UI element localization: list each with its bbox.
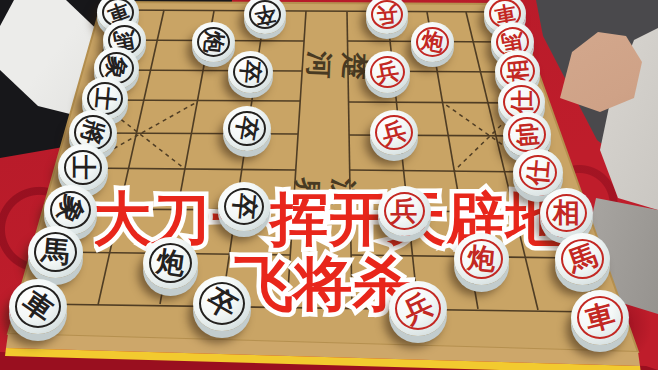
xiangqi-video-frame: 楚河 汉界 車馬象士將士象馬車炮炮卒卒卒卒卒車馬相仕帥仕相馬車炮炮兵兵兵兵兵 大… xyxy=(0,0,658,370)
piece-black-soldier-4[interactable]: 卒 xyxy=(218,182,270,231)
piece-red-soldier-1[interactable]: 兵 xyxy=(366,0,408,34)
piece-black-soldier-2[interactable]: 卒 xyxy=(228,51,273,93)
piece-character: 兵 xyxy=(378,186,431,236)
piece-character: 卒 xyxy=(217,178,270,234)
piece-black-soldier-3[interactable]: 卒 xyxy=(223,106,271,151)
piece-black-cannon-1[interactable]: 炮 xyxy=(192,22,235,62)
piece-black-soldier-1[interactable]: 卒 xyxy=(244,0,286,34)
piece-black-soldier-5[interactable]: 卒 xyxy=(193,276,251,331)
piece-black-chariot-2[interactable]: 車 xyxy=(9,279,67,334)
piece-character: 卒 xyxy=(227,48,273,96)
piece-character: 兵 xyxy=(364,0,409,35)
piece-character: 炮 xyxy=(451,231,510,288)
piece-character: 卒 xyxy=(241,0,289,37)
piece-character: 炮 xyxy=(407,19,456,66)
piece-red-soldier-4[interactable]: 兵 xyxy=(378,186,431,236)
piece-black-cannon-2[interactable]: 炮 xyxy=(143,237,198,289)
piece-character: 炮 xyxy=(139,233,201,292)
piece-character: 兵 xyxy=(361,47,413,96)
piece-character: 卒 xyxy=(221,100,274,155)
piece-red-cannon-2[interactable]: 炮 xyxy=(454,233,509,285)
piece-red-cannon-1[interactable]: 炮 xyxy=(411,22,454,62)
piece-red-soldier-2[interactable]: 兵 xyxy=(365,51,410,93)
piece-red-soldier-5[interactable]: 兵 xyxy=(389,281,447,336)
piece-red-soldier-3[interactable]: 兵 xyxy=(370,110,418,155)
piece-character: 炮 xyxy=(191,19,235,65)
piece-black-horse-2[interactable]: 馬 xyxy=(28,226,83,278)
piece-character: 兵 xyxy=(365,104,423,160)
piece-red-horse-2[interactable]: 馬 xyxy=(555,233,610,285)
piece-red-chariot-2[interactable]: 車 xyxy=(571,290,629,345)
